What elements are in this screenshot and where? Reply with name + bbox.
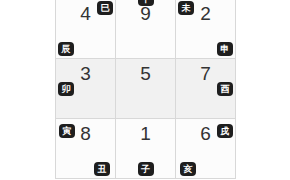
palace-number: 5 (140, 64, 151, 83)
palace-cell-9[interactable]: 9 午 (116, 0, 175, 58)
branch-badge-wei: 未 (178, 1, 194, 15)
branch-badge-wu: 午 (138, 0, 154, 6)
palace-cell-1[interactable]: 1 子 (116, 119, 175, 178)
branch-badge-chou: 丑 (94, 162, 110, 176)
palace-number: 2 (200, 4, 211, 23)
palace-number: 8 (80, 124, 91, 143)
branch-badge-xu: 戌 (217, 124, 233, 138)
branch-badge-zi: 子 (138, 162, 154, 176)
palace-number: 4 (80, 4, 91, 23)
branch-badge-chen: 辰 (58, 42, 74, 56)
palace-cell-6[interactable]: 6 戌 亥 (176, 119, 235, 178)
branch-badge-shen: 申 (217, 42, 233, 56)
palace-cell-3[interactable]: 3 卯 (56, 59, 115, 118)
palace-number: 9 (140, 4, 151, 23)
palace-cell-7[interactable]: 7 酉 (176, 59, 235, 118)
palace-cell-4[interactable]: 4 巳 辰 (56, 0, 115, 58)
palace-number: 3 (80, 64, 91, 83)
branch-badge-si: 巳 (97, 1, 113, 15)
palace-cell-2[interactable]: 2 未 申 (176, 0, 235, 58)
branch-badge-hai: 亥 (180, 162, 196, 176)
branch-badge-mao: 卯 (58, 82, 74, 96)
palace-number: 1 (140, 124, 151, 143)
palace-cell-8[interactable]: 8 寅 丑 (56, 119, 115, 178)
branch-badge-you: 酉 (217, 82, 233, 96)
branch-badge-yin: 寅 (59, 124, 75, 138)
nine-palaces-board: 4 巳 辰 9 午 2 未 申 3 卯 5 7 酉 8 寅 丑 1 子 6 戌 … (55, 0, 236, 179)
palace-cell-5[interactable]: 5 (116, 59, 175, 118)
palace-number: 7 (200, 64, 211, 83)
palace-number: 6 (200, 124, 211, 143)
